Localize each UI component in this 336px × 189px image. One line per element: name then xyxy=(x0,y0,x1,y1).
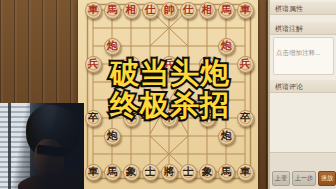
section-annotation[interactable]: 棋谱注解 xyxy=(270,22,336,35)
piece-black[interactable]: 馬 xyxy=(104,164,121,181)
xiangqi-board[interactable]: 車馬相仕帥仕相馬車炮炮兵兵兵兵兵卒卒卒卒卒炮炮車馬象士將士象馬車 xyxy=(78,0,258,189)
piece-black[interactable]: 卒 xyxy=(85,110,102,127)
piece-black[interactable]: 炮 xyxy=(104,128,121,145)
piece-red[interactable]: 仕 xyxy=(180,2,197,19)
piece-red[interactable]: 仕 xyxy=(142,2,159,19)
piece-black[interactable]: 卒 xyxy=(199,110,216,127)
piece-red[interactable]: 兵 xyxy=(123,56,140,73)
piece-red[interactable]: 兵 xyxy=(199,56,216,73)
board-grid xyxy=(78,0,258,189)
app-window: 車馬相仕帥仕相馬車炮炮兵兵兵兵兵卒卒卒卒卒炮炮車馬象士將士象馬車 破当头炮 终极… xyxy=(0,0,336,189)
piece-black[interactable]: 卒 xyxy=(161,110,178,127)
piece-red[interactable]: 炮 xyxy=(104,38,121,55)
piece-black[interactable]: 卒 xyxy=(123,110,140,127)
piece-black[interactable]: 車 xyxy=(237,164,254,181)
prev-variation-button[interactable]: 上变 xyxy=(272,171,290,186)
piece-red[interactable]: 馬 xyxy=(218,2,235,19)
prev-move-button[interactable]: 上一步 xyxy=(292,171,316,186)
piece-red[interactable]: 相 xyxy=(199,2,216,19)
piece-red[interactable]: 帥 xyxy=(161,2,178,19)
section-comments[interactable]: 棋谱评论 xyxy=(270,80,336,93)
piece-black[interactable]: 士 xyxy=(142,164,159,181)
piece-red[interactable]: 兵 xyxy=(161,56,178,73)
piece-red[interactable]: 兵 xyxy=(85,56,102,73)
piece-red[interactable]: 車 xyxy=(237,2,254,19)
game-record-panel: 棋谱属性 棋谱注解 点击增加注释... 棋谱评论 上变 上一步 播放 xyxy=(268,0,336,189)
piece-black[interactable]: 士 xyxy=(180,164,197,181)
piece-red[interactable]: 相 xyxy=(123,2,140,19)
play-button[interactable]: 播放 xyxy=(318,171,336,186)
piece-black[interactable]: 炮 xyxy=(218,128,235,145)
piece-black[interactable]: 卒 xyxy=(237,110,254,127)
piece-red[interactable]: 炮 xyxy=(218,38,235,55)
panel-footer: 上变 上一步 播放 xyxy=(270,152,336,189)
piece-red[interactable]: 馬 xyxy=(104,2,121,19)
piece-black[interactable]: 馬 xyxy=(218,164,235,181)
piece-black[interactable]: 象 xyxy=(199,164,216,181)
annotation-placeholder: 点击增加注释... xyxy=(276,49,320,56)
annotation-input[interactable]: 点击增加注释... xyxy=(273,37,334,75)
piece-black[interactable]: 象 xyxy=(123,164,140,181)
webcam-shading xyxy=(0,103,84,189)
piece-red[interactable]: 車 xyxy=(85,2,102,19)
webcam-video xyxy=(0,103,84,189)
piece-red[interactable]: 兵 xyxy=(237,56,254,73)
piece-black[interactable]: 車 xyxy=(85,164,102,181)
section-properties[interactable]: 棋谱属性 xyxy=(270,2,336,15)
piece-black[interactable]: 將 xyxy=(161,164,178,181)
playback-controls: 上变 上一步 播放 xyxy=(272,171,336,186)
